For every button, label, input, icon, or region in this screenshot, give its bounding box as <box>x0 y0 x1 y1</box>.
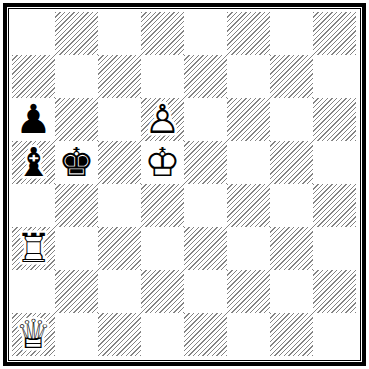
square-d5[interactable]: ♚♔ <box>141 141 184 184</box>
black-king: ♚ <box>55 141 98 184</box>
square-d4[interactable] <box>141 184 184 227</box>
white-king: ♔ <box>141 141 184 184</box>
square-h5[interactable] <box>313 141 356 184</box>
white-rook: ♖ <box>12 227 55 270</box>
square-d7[interactable] <box>141 55 184 98</box>
square-c8[interactable] <box>98 12 141 55</box>
square-d2[interactable] <box>141 270 184 313</box>
square-c3[interactable] <box>98 227 141 270</box>
square-g8[interactable] <box>270 12 313 55</box>
square-d3[interactable] <box>141 227 184 270</box>
square-h3[interactable] <box>313 227 356 270</box>
square-a6[interactable]: ♟♟ <box>12 98 55 141</box>
square-e6[interactable] <box>184 98 227 141</box>
square-b1[interactable] <box>55 313 98 356</box>
square-c2[interactable] <box>98 270 141 313</box>
square-b7[interactable] <box>55 55 98 98</box>
square-h7[interactable] <box>313 55 356 98</box>
white-pawn: ♙ <box>141 98 184 141</box>
square-c5[interactable] <box>98 141 141 184</box>
square-b4[interactable] <box>55 184 98 227</box>
square-a7[interactable] <box>12 55 55 98</box>
square-b8[interactable] <box>55 12 98 55</box>
square-d6[interactable]: ♟♙ <box>141 98 184 141</box>
square-a1[interactable]: ♛♕ <box>12 313 55 356</box>
square-f3[interactable] <box>227 227 270 270</box>
square-d1[interactable] <box>141 313 184 356</box>
square-c6[interactable] <box>98 98 141 141</box>
square-d8[interactable] <box>141 12 184 55</box>
board-frame-inner: ♟♟♟♙♝♝♚♚♚♔♜♖♛♕ <box>8 8 361 361</box>
square-a8[interactable] <box>12 12 55 55</box>
square-e1[interactable] <box>184 313 227 356</box>
square-g7[interactable] <box>270 55 313 98</box>
diagram-page: ♟♟♟♙♝♝♚♚♚♔♜♖♛♕ <box>0 0 369 369</box>
board-frame-outer: ♟♟♟♙♝♝♚♚♚♔♜♖♛♕ <box>3 3 366 366</box>
square-c4[interactable] <box>98 184 141 227</box>
square-e3[interactable] <box>184 227 227 270</box>
square-f8[interactable] <box>227 12 270 55</box>
square-a5[interactable]: ♝♝ <box>12 141 55 184</box>
square-g3[interactable] <box>270 227 313 270</box>
square-c1[interactable] <box>98 313 141 356</box>
square-a2[interactable] <box>12 270 55 313</box>
square-e2[interactable] <box>184 270 227 313</box>
square-h2[interactable] <box>313 270 356 313</box>
square-g1[interactable] <box>270 313 313 356</box>
square-b3[interactable] <box>55 227 98 270</box>
square-g4[interactable] <box>270 184 313 227</box>
square-h1[interactable] <box>313 313 356 356</box>
square-f1[interactable] <box>227 313 270 356</box>
white-queen: ♕ <box>12 313 55 356</box>
square-e5[interactable] <box>184 141 227 184</box>
square-b5[interactable]: ♚♚ <box>55 141 98 184</box>
square-b6[interactable] <box>55 98 98 141</box>
square-h4[interactable] <box>313 184 356 227</box>
chess-board: ♟♟♟♙♝♝♚♚♚♔♜♖♛♕ <box>12 12 356 356</box>
square-g2[interactable] <box>270 270 313 313</box>
square-f4[interactable] <box>227 184 270 227</box>
square-f5[interactable] <box>227 141 270 184</box>
square-g6[interactable] <box>270 98 313 141</box>
square-e4[interactable] <box>184 184 227 227</box>
black-bishop: ♝ <box>12 141 55 184</box>
square-c7[interactable] <box>98 55 141 98</box>
square-h8[interactable] <box>313 12 356 55</box>
square-g5[interactable] <box>270 141 313 184</box>
square-f6[interactable] <box>227 98 270 141</box>
square-e7[interactable] <box>184 55 227 98</box>
square-a4[interactable] <box>12 184 55 227</box>
square-a3[interactable]: ♜♖ <box>12 227 55 270</box>
square-e8[interactable] <box>184 12 227 55</box>
square-b2[interactable] <box>55 270 98 313</box>
square-h6[interactable] <box>313 98 356 141</box>
square-f7[interactable] <box>227 55 270 98</box>
square-f2[interactable] <box>227 270 270 313</box>
black-pawn: ♟ <box>12 98 55 141</box>
